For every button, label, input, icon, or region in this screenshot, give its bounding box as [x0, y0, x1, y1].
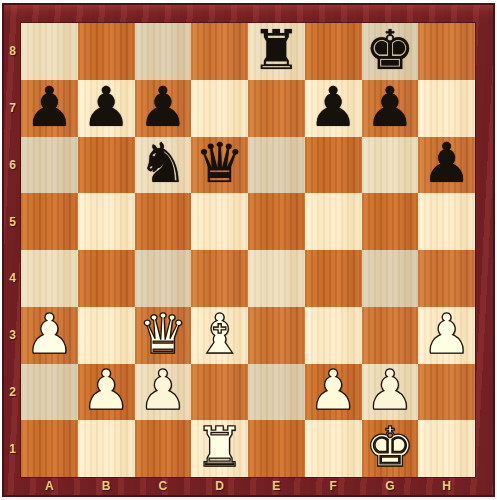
piece-white-king-g1[interactable]: ♚ [365, 420, 414, 475]
square-b7[interactable]: ♟ [78, 80, 135, 137]
square-h5[interactable] [418, 193, 475, 250]
square-a5[interactable] [21, 193, 78, 250]
square-e7[interactable] [248, 80, 305, 137]
piece-black-king-g8[interactable]: ♚ [365, 23, 414, 78]
square-e1[interactable] [248, 420, 305, 477]
square-g8[interactable]: ♚ [362, 23, 419, 80]
file-label-h: H [418, 477, 475, 494]
square-f7[interactable]: ♟ [305, 80, 362, 137]
square-a1[interactable] [21, 420, 78, 477]
square-c3[interactable]: ♛ [135, 307, 192, 364]
square-d1[interactable]: ♜ [191, 420, 248, 477]
square-f3[interactable] [305, 307, 362, 364]
piece-black-pawn-c7[interactable]: ♟ [138, 80, 187, 135]
square-e5[interactable] [248, 193, 305, 250]
piece-white-pawn-c2[interactable]: ♟ [138, 364, 187, 419]
board-frame: 87654321 ♜♚♟♟♟♟♟♞♛♟♟♛♝♟♟♟♟♟♜♚ ABCDEFGH [2, 3, 495, 497]
rank-label-5: 5 [4, 193, 21, 250]
square-f8[interactable] [305, 23, 362, 80]
square-c4[interactable] [135, 250, 192, 307]
piece-black-knight-c6[interactable]: ♞ [138, 137, 187, 192]
square-d8[interactable] [191, 23, 248, 80]
square-g1[interactable]: ♚ [362, 420, 419, 477]
piece-white-pawn-g2[interactable]: ♟ [365, 364, 414, 419]
square-e2[interactable] [248, 364, 305, 421]
rank-label-7: 7 [4, 80, 21, 137]
piece-black-rook-e8[interactable]: ♜ [252, 23, 301, 78]
chess-diagram: 87654321 ♜♚♟♟♟♟♟♞♛♟♟♛♝♟♟♟♟♟♜♚ ABCDEFGH [0, 0, 497, 500]
file-label-d: D [191, 477, 248, 494]
square-g5[interactable] [362, 193, 419, 250]
square-e6[interactable] [248, 137, 305, 194]
square-c8[interactable] [135, 23, 192, 80]
piece-black-pawn-h6[interactable]: ♟ [422, 137, 471, 192]
square-c7[interactable]: ♟ [135, 80, 192, 137]
rank-label-4: 4 [4, 250, 21, 307]
square-h4[interactable] [418, 250, 475, 307]
square-b8[interactable] [78, 23, 135, 80]
file-label-a: A [21, 477, 78, 494]
chess-board: ♜♚♟♟♟♟♟♞♛♟♟♛♝♟♟♟♟♟♜♚ [21, 23, 475, 477]
piece-white-pawn-f2[interactable]: ♟ [308, 364, 357, 419]
square-b1[interactable] [78, 420, 135, 477]
piece-black-pawn-b7[interactable]: ♟ [81, 80, 130, 135]
file-label-g: G [362, 477, 419, 494]
square-g4[interactable] [362, 250, 419, 307]
square-g6[interactable] [362, 137, 419, 194]
square-g3[interactable] [362, 307, 419, 364]
square-d2[interactable] [191, 364, 248, 421]
square-d3[interactable]: ♝ [191, 307, 248, 364]
square-g7[interactable]: ♟ [362, 80, 419, 137]
rank-labels: 87654321 [4, 23, 21, 477]
file-label-e: E [248, 477, 305, 494]
square-h8[interactable] [418, 23, 475, 80]
square-a4[interactable] [21, 250, 78, 307]
square-d7[interactable] [191, 80, 248, 137]
square-f4[interactable] [305, 250, 362, 307]
square-f5[interactable] [305, 193, 362, 250]
piece-black-queen-d6[interactable]: ♛ [195, 137, 244, 192]
piece-white-rook-d1[interactable]: ♜ [195, 420, 244, 475]
square-h7[interactable] [418, 80, 475, 137]
piece-black-pawn-g7[interactable]: ♟ [365, 80, 414, 135]
rank-label-8: 8 [4, 23, 21, 80]
piece-black-pawn-a7[interactable]: ♟ [25, 80, 74, 135]
square-d4[interactable] [191, 250, 248, 307]
piece-black-pawn-f7[interactable]: ♟ [308, 80, 357, 135]
square-h2[interactable] [418, 364, 475, 421]
square-e4[interactable] [248, 250, 305, 307]
square-g2[interactable]: ♟ [362, 364, 419, 421]
piece-white-pawn-a3[interactable]: ♟ [25, 307, 74, 362]
square-b6[interactable] [78, 137, 135, 194]
square-a3[interactable]: ♟ [21, 307, 78, 364]
square-h3[interactable]: ♟ [418, 307, 475, 364]
square-a2[interactable] [21, 364, 78, 421]
piece-white-queen-c3[interactable]: ♛ [138, 307, 187, 362]
piece-white-bishop-d3[interactable]: ♝ [195, 307, 244, 362]
file-label-f: F [305, 477, 362, 494]
square-h1[interactable] [418, 420, 475, 477]
square-b4[interactable] [78, 250, 135, 307]
square-a6[interactable] [21, 137, 78, 194]
rank-label-2: 2 [4, 364, 21, 421]
square-c2[interactable]: ♟ [135, 364, 192, 421]
file-labels: ABCDEFGH [21, 477, 475, 494]
rank-label-6: 6 [4, 137, 21, 194]
square-e8[interactable]: ♜ [248, 23, 305, 80]
square-d6[interactable]: ♛ [191, 137, 248, 194]
square-c6[interactable]: ♞ [135, 137, 192, 194]
square-h6[interactable]: ♟ [418, 137, 475, 194]
file-label-c: C [135, 477, 192, 494]
piece-white-pawn-b2[interactable]: ♟ [81, 364, 130, 419]
square-a8[interactable] [21, 23, 78, 80]
piece-white-pawn-h3[interactable]: ♟ [422, 307, 471, 362]
square-f2[interactable]: ♟ [305, 364, 362, 421]
square-b5[interactable] [78, 193, 135, 250]
square-a7[interactable]: ♟ [21, 80, 78, 137]
square-c5[interactable] [135, 193, 192, 250]
square-c1[interactable] [135, 420, 192, 477]
square-d5[interactable] [191, 193, 248, 250]
rank-label-3: 3 [4, 307, 21, 364]
square-f1[interactable] [305, 420, 362, 477]
rank-label-1: 1 [4, 420, 21, 477]
square-e3[interactable] [248, 307, 305, 364]
square-f6[interactable] [305, 137, 362, 194]
square-b3[interactable] [78, 307, 135, 364]
square-b2[interactable]: ♟ [78, 364, 135, 421]
file-label-b: B [78, 477, 135, 494]
